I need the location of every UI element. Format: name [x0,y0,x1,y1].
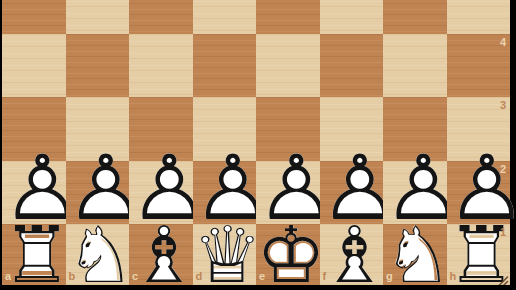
square-h1[interactable]: ♜♖1h [447,224,511,288]
piece-white-rook[interactable]: ♜♖ [2,224,66,288]
square-g4[interactable] [383,34,447,98]
piece-white-bishop[interactable]: ♝♗ [320,224,384,288]
square-a2[interactable]: ♟♙ [2,161,66,225]
square-f5[interactable] [320,0,384,34]
square-c4[interactable] [129,34,193,98]
piece-white-king[interactable]: ♚♔ [256,224,320,288]
white-pawn-outline-glyph: ♙ [2,156,66,220]
white-king-outline-glyph: ♔ [256,224,320,288]
square-b3[interactable] [66,97,130,161]
white-bishop-fill-glyph: ♝ [320,224,384,288]
square-g1[interactable]: ♞♘g [383,224,447,288]
white-pawn-fill-glyph: ♟ [66,156,130,220]
rank-label-2: 2 [500,163,506,175]
white-pawn-fill-glyph: ♟ [193,156,257,220]
rank-label-3: 3 [500,99,506,111]
square-f1[interactable]: ♝♗f [320,224,384,288]
square-e2[interactable]: ♟♙ [256,161,320,225]
square-f4[interactable] [320,34,384,98]
square-b5[interactable] [66,0,130,34]
piece-white-pawn[interactable]: ♟♙ [383,161,447,225]
letterbox-bottom-bar [0,285,516,290]
square-d3[interactable] [193,97,257,161]
file-label-h: h [450,270,457,282]
square-g5[interactable] [383,0,447,34]
square-a1[interactable]: ♜♖a [2,224,66,288]
white-bishop-outline-glyph: ♗ [129,224,193,288]
square-e1[interactable]: ♚♔e [256,224,320,288]
square-f2[interactable]: ♟♙ [320,161,384,225]
square-h2[interactable]: ♟♙2 [447,161,511,225]
square-e5[interactable] [256,0,320,34]
square-d5[interactable] [193,0,257,34]
square-a5[interactable] [2,0,66,34]
file-label-g: g [386,270,393,282]
white-bishop-fill-glyph: ♝ [129,224,193,288]
white-rook-fill-glyph: ♜ [2,224,66,288]
piece-white-pawn[interactable]: ♟♙ [2,161,66,225]
white-pawn-fill-glyph: ♟ [129,156,193,220]
square-e3[interactable] [256,97,320,161]
square-h5[interactable] [447,0,511,34]
file-label-f: f [323,270,327,282]
square-a3[interactable] [2,97,66,161]
square-c5[interactable] [129,0,193,34]
white-pawn-fill-glyph: ♟ [256,156,320,220]
square-a4[interactable] [2,34,66,98]
square-e4[interactable] [256,34,320,98]
white-pawn-fill-glyph: ♟ [383,156,447,220]
square-h3[interactable]: 3 [447,97,511,161]
piece-white-pawn[interactable]: ♟♙ [66,161,130,225]
white-pawn-fill-glyph: ♟ [2,156,66,220]
square-h4[interactable]: 4 [447,34,511,98]
piece-white-pawn[interactable]: ♟♙ [129,161,193,225]
white-pawn-outline-glyph: ♙ [129,156,193,220]
square-b1[interactable]: ♞♘b [66,224,130,288]
square-d2[interactable]: ♟♙ [193,161,257,225]
white-pawn-outline-glyph: ♙ [320,156,384,220]
file-label-e: e [259,270,265,282]
file-label-d: d [196,270,203,282]
square-b2[interactable]: ♟♙ [66,161,130,225]
chess-board: 43♟♙♟♙♟♙♟♙♟♙♟♙♟♙♟♙2♜♖a♞♘b♝♗c♛♕d♚♔e♝♗f♞♘g… [2,0,510,288]
file-label-c: c [132,270,138,282]
piece-white-bishop[interactable]: ♝♗ [129,224,193,288]
square-c3[interactable] [129,97,193,161]
piece-white-pawn[interactable]: ♟♙ [320,161,384,225]
white-pawn-outline-glyph: ♙ [66,156,130,220]
white-bishop-outline-glyph: ♗ [320,224,384,288]
piece-white-pawn[interactable]: ♟♙ [193,161,257,225]
file-label-a: a [5,270,11,282]
white-pawn-outline-glyph: ♙ [193,156,257,220]
white-rook-outline-glyph: ♖ [2,224,66,288]
white-king-fill-glyph: ♚ [256,224,320,288]
piece-white-pawn[interactable]: ♟♙ [256,161,320,225]
rank-label-1: 1 [500,226,506,238]
square-d1[interactable]: ♛♕d [193,224,257,288]
white-pawn-outline-glyph: ♙ [383,156,447,220]
video-frame: 43♟♙♟♙♟♙♟♙♟♙♟♙♟♙♟♙2♜♖a♞♘b♝♗c♛♕d♚♔e♝♗f♞♘g… [0,0,516,290]
square-c1[interactable]: ♝♗c [129,224,193,288]
white-pawn-outline-glyph: ♙ [256,156,320,220]
square-c2[interactable]: ♟♙ [129,161,193,225]
square-b4[interactable] [66,34,130,98]
square-d4[interactable] [193,34,257,98]
white-pawn-fill-glyph: ♟ [320,156,384,220]
square-f3[interactable] [320,97,384,161]
file-label-b: b [69,270,76,282]
square-g3[interactable] [383,97,447,161]
square-g2[interactable]: ♟♙ [383,161,447,225]
rank-label-4: 4 [500,36,506,48]
